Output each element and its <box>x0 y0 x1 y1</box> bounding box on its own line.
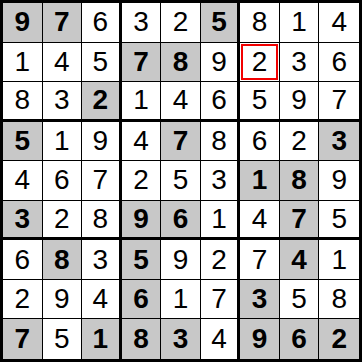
cell-r7c6[interactable]: 2 <box>201 240 241 280</box>
cell-r8c9[interactable]: 8 <box>319 280 359 320</box>
cell-r8c4[interactable]: 6 <box>122 280 162 320</box>
cell-r7c4[interactable]: 5 <box>122 240 162 280</box>
cell-r5c3[interactable]: 7 <box>82 161 122 201</box>
cell-r3c4[interactable]: 1 <box>122 82 162 122</box>
cell-r9c2[interactable]: 5 <box>43 319 83 359</box>
cell-r7c2[interactable]: 8 <box>43 240 83 280</box>
cell-r4c3[interactable]: 9 <box>82 122 122 162</box>
cell-r9c5[interactable]: 3 <box>161 319 201 359</box>
cell-r6c2[interactable]: 2 <box>43 201 83 241</box>
cell-r9c7[interactable]: 9 <box>240 319 280 359</box>
cell-r9c1[interactable]: 7 <box>3 319 43 359</box>
sudoku-board: 9763258141457892368321465975194786234672… <box>0 0 362 362</box>
cell-r4c5[interactable]: 7 <box>161 122 201 162</box>
cell-r6c1[interactable]: 3 <box>3 201 43 241</box>
cell-r1c2[interactable]: 7 <box>43 3 83 43</box>
cell-r2c9[interactable]: 6 <box>319 43 359 83</box>
cell-r6c8[interactable]: 7 <box>280 201 320 241</box>
cell-r1c5[interactable]: 2 <box>161 3 201 43</box>
cell-r4c1[interactable]: 5 <box>3 122 43 162</box>
cell-r8c5[interactable]: 1 <box>161 280 201 320</box>
cell-r4c7[interactable]: 6 <box>240 122 280 162</box>
cell-r3c2[interactable]: 3 <box>43 82 83 122</box>
cell-r3c9[interactable]: 7 <box>319 82 359 122</box>
cell-r5c6[interactable]: 3 <box>201 161 241 201</box>
cell-r2c3[interactable]: 5 <box>82 43 122 83</box>
cell-r9c3[interactable]: 1 <box>82 319 122 359</box>
cell-r1c8[interactable]: 1 <box>280 3 320 43</box>
cell-r2c7[interactable]: 2 <box>240 43 280 83</box>
cell-r9c4[interactable]: 8 <box>122 319 162 359</box>
cell-r9c8[interactable]: 6 <box>280 319 320 359</box>
cell-r5c9[interactable]: 9 <box>319 161 359 201</box>
cell-r4c8[interactable]: 2 <box>280 122 320 162</box>
cell-r9c9[interactable]: 2 <box>319 319 359 359</box>
cell-r6c5[interactable]: 6 <box>161 201 201 241</box>
cell-r4c2[interactable]: 1 <box>43 122 83 162</box>
cell-r8c8[interactable]: 5 <box>280 280 320 320</box>
cell-r3c8[interactable]: 9 <box>280 82 320 122</box>
cell-r4c9[interactable]: 3 <box>319 122 359 162</box>
cell-r3c3[interactable]: 2 <box>82 82 122 122</box>
cell-r2c2[interactable]: 4 <box>43 43 83 83</box>
cell-r5c4[interactable]: 2 <box>122 161 162 201</box>
cell-r8c2[interactable]: 9 <box>43 280 83 320</box>
cell-r1c6[interactable]: 5 <box>201 3 241 43</box>
cell-r6c4[interactable]: 9 <box>122 201 162 241</box>
cell-r7c8[interactable]: 4 <box>280 240 320 280</box>
cell-r2c4[interactable]: 7 <box>122 43 162 83</box>
cell-r5c5[interactable]: 5 <box>161 161 201 201</box>
cell-r1c1[interactable]: 9 <box>3 3 43 43</box>
cell-r6c6[interactable]: 1 <box>201 201 241 241</box>
cell-r2c1[interactable]: 1 <box>3 43 43 83</box>
cell-r6c9[interactable]: 5 <box>319 201 359 241</box>
cell-r5c7[interactable]: 1 <box>240 161 280 201</box>
cell-r6c3[interactable]: 8 <box>82 201 122 241</box>
cell-r2c5[interactable]: 8 <box>161 43 201 83</box>
cell-r8c7[interactable]: 3 <box>240 280 280 320</box>
cell-r3c7[interactable]: 5 <box>240 82 280 122</box>
cell-r1c9[interactable]: 4 <box>319 3 359 43</box>
cell-r7c3[interactable]: 3 <box>82 240 122 280</box>
cell-r3c1[interactable]: 8 <box>3 82 43 122</box>
cell-r8c6[interactable]: 7 <box>201 280 241 320</box>
cell-r7c9[interactable]: 1 <box>319 240 359 280</box>
cell-r8c3[interactable]: 4 <box>82 280 122 320</box>
cell-r5c8[interactable]: 8 <box>280 161 320 201</box>
cell-r7c7[interactable]: 7 <box>240 240 280 280</box>
cell-r5c1[interactable]: 4 <box>3 161 43 201</box>
cell-r4c4[interactable]: 4 <box>122 122 162 162</box>
cell-r1c3[interactable]: 6 <box>82 3 122 43</box>
cell-r1c4[interactable]: 3 <box>122 3 162 43</box>
cell-r8c1[interactable]: 2 <box>3 280 43 320</box>
cell-r9c6[interactable]: 4 <box>201 319 241 359</box>
cell-r2c6[interactable]: 9 <box>201 43 241 83</box>
selection-ring <box>241 44 278 81</box>
cell-r5c2[interactable]: 6 <box>43 161 83 201</box>
cell-r6c7[interactable]: 4 <box>240 201 280 241</box>
cell-r7c5[interactable]: 9 <box>161 240 201 280</box>
cell-r3c5[interactable]: 4 <box>161 82 201 122</box>
cell-r7c1[interactable]: 6 <box>3 240 43 280</box>
cell-r1c7[interactable]: 8 <box>240 3 280 43</box>
cell-r3c6[interactable]: 6 <box>201 82 241 122</box>
cell-r2c8[interactable]: 3 <box>280 43 320 83</box>
cell-r4c6[interactable]: 8 <box>201 122 241 162</box>
